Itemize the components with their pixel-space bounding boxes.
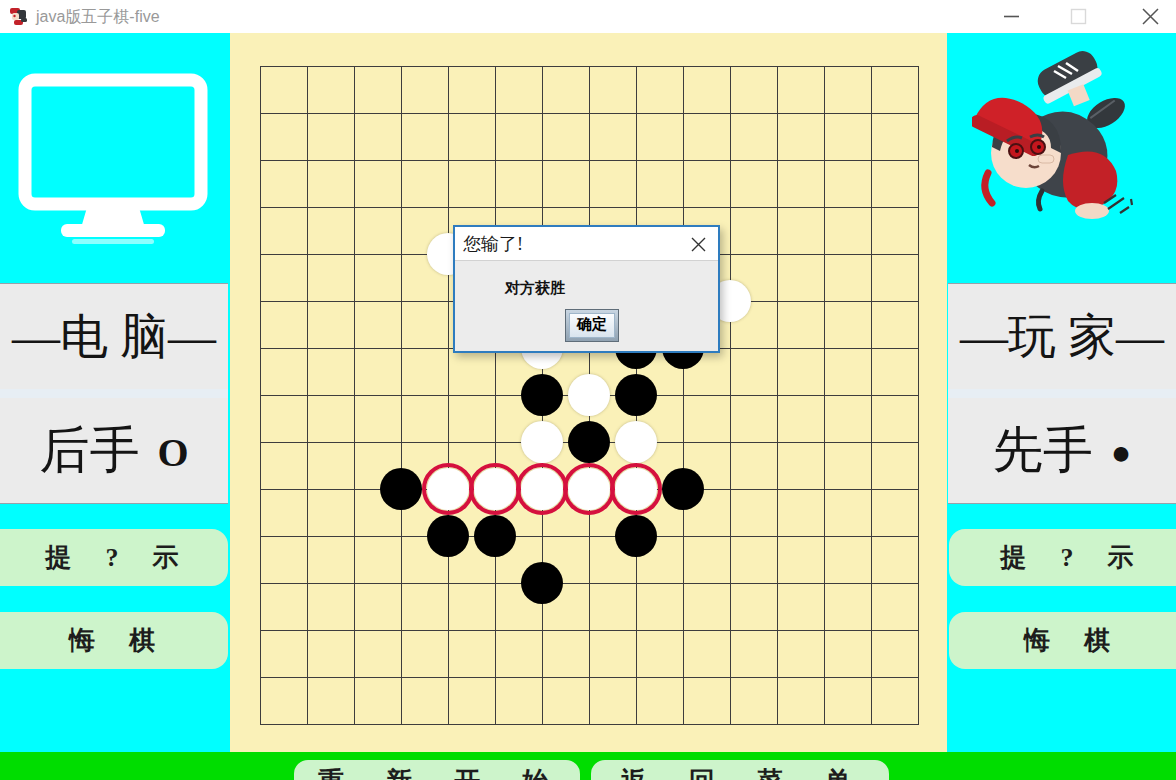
undo-button-right[interactable]: 悔 棋 bbox=[949, 612, 1176, 669]
computer-hand-panel: 后手 O bbox=[0, 398, 228, 503]
computer-role-label: —电 脑— bbox=[12, 305, 216, 369]
restart-button[interactable]: 重 新 开 始 bbox=[294, 760, 580, 780]
board-grid[interactable] bbox=[260, 66, 919, 725]
dialog-title: 您输了! bbox=[463, 227, 523, 261]
return-menu-button[interactable]: 返 回 菜 单 bbox=[591, 760, 889, 780]
bottom-bar: 重 新 开 始 返 回 菜 单 bbox=[0, 752, 1176, 780]
hint-button-right[interactable]: 提 ? 示 bbox=[949, 529, 1176, 586]
board-panel bbox=[230, 33, 947, 752]
dialog-close-icon[interactable] bbox=[688, 234, 708, 254]
player-hand-label: 先手 bbox=[993, 417, 1093, 484]
computer-role-panel: —电 脑— bbox=[0, 284, 228, 389]
computer-info-panels: —电 脑— 后手 O bbox=[0, 283, 228, 504]
app-icon bbox=[8, 5, 30, 29]
dialog-body: 对方获胜 确定 bbox=[455, 261, 718, 350]
sidebar-player: —玩 家— 先手 ● 提 ? 示 悔 棋 bbox=[947, 33, 1176, 752]
defeat-dialog: 您输了! 对方获胜 确定 bbox=[453, 225, 720, 353]
maximize-button[interactable] bbox=[1055, 0, 1101, 33]
player-role-panel: —玩 家— bbox=[948, 284, 1176, 389]
white-stone-symbol: O bbox=[157, 429, 188, 476]
dialog-titlebar[interactable]: 您输了! bbox=[455, 227, 718, 261]
sidebar-computer: —电 脑— 后手 O 提 ? 示 悔 棋 bbox=[0, 33, 230, 752]
black-stone-symbol: ● bbox=[1111, 434, 1132, 472]
computer-monitor-icon bbox=[16, 71, 210, 245]
app-window: —电 脑— 后手 O 提 ? 示 悔 棋 bbox=[0, 0, 1176, 780]
titlebar: java版五子棋-five bbox=[0, 0, 1176, 33]
undo-button-left[interactable]: 悔 棋 bbox=[0, 612, 228, 669]
computer-hand-label: 后手 bbox=[39, 417, 139, 484]
hint-button-left[interactable]: 提 ? 示 bbox=[0, 529, 228, 586]
player-role-label: —玩 家— bbox=[960, 305, 1164, 369]
ok-button-label: 确定 bbox=[569, 313, 615, 338]
dialog-message: 对方获胜 bbox=[505, 279, 565, 298]
player-info-panels: —玩 家— 先手 ● bbox=[948, 283, 1176, 504]
window-title: java版五子棋-five bbox=[36, 0, 160, 33]
close-button[interactable] bbox=[1127, 0, 1173, 33]
player-hand-panel: 先手 ● bbox=[948, 398, 1176, 503]
minimize-button[interactable] bbox=[988, 0, 1034, 33]
player-character-illustration bbox=[972, 51, 1140, 239]
ok-button[interactable]: 确定 bbox=[565, 309, 619, 342]
